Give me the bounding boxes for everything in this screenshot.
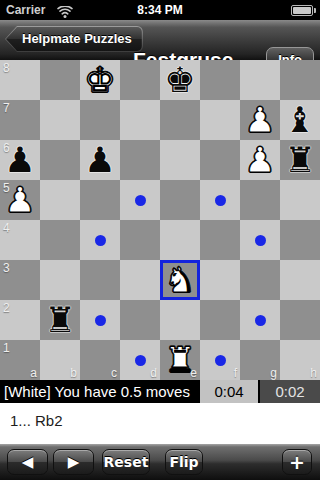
square-b7[interactable] — [40, 100, 80, 140]
app-screen: Carrier 8:34 PM Helpmate Puzzles Festgru… — [0, 0, 320, 480]
square-a1[interactable]: 1a — [0, 340, 40, 380]
square-a2[interactable]: 2 — [0, 300, 40, 340]
flip-button[interactable]: Flip — [165, 449, 203, 475]
black-rook: ♜ — [284, 140, 315, 180]
white-pawn: ♟ — [244, 100, 275, 140]
square-h8[interactable] — [280, 60, 320, 100]
square-h4[interactable] — [280, 220, 320, 260]
white-knight: ♞ — [164, 260, 195, 300]
square-f4[interactable] — [200, 220, 240, 260]
rank-label-3: 3 — [3, 261, 10, 275]
black-king: ♚ — [164, 60, 195, 100]
black-rook: ♜ — [44, 300, 75, 340]
rank-label-7: 7 — [3, 101, 10, 115]
legal-move-dot — [135, 355, 146, 366]
square-h3[interactable] — [280, 260, 320, 300]
square-g2[interactable] — [240, 300, 280, 340]
square-c2[interactable] — [80, 300, 120, 340]
file-label-c: c — [111, 366, 117, 380]
square-b3[interactable] — [40, 260, 80, 300]
square-f8[interactable] — [200, 60, 240, 100]
rank-label-4: 4 — [3, 221, 10, 235]
legal-move-dot — [215, 195, 226, 206]
rank-label-8: 8 — [3, 61, 10, 75]
file-label-f: f — [234, 366, 237, 380]
square-d2[interactable] — [120, 300, 160, 340]
back-button-label: Helpmate Puzzles — [6, 27, 142, 51]
square-d1[interactable]: d — [120, 340, 160, 380]
square-c7[interactable] — [80, 100, 120, 140]
square-f1[interactable]: f — [200, 340, 240, 380]
square-h7[interactable]: ♝ — [280, 100, 320, 140]
square-g8[interactable] — [240, 60, 280, 100]
square-e4[interactable] — [160, 220, 200, 260]
legal-move-dot — [95, 235, 106, 246]
square-g1[interactable]: g — [240, 340, 280, 380]
status-row: [White] You have 0.5 moves 0:04 0:02 — [0, 380, 320, 403]
square-c8[interactable]: ♚ — [80, 60, 120, 100]
battery-fill — [293, 7, 311, 14]
file-label-d: d — [150, 366, 157, 380]
square-d7[interactable] — [120, 100, 160, 140]
white-king: ♚ — [84, 60, 115, 100]
square-c6[interactable]: ♟ — [80, 140, 120, 180]
square-a5[interactable]: 5♟ — [0, 180, 40, 220]
square-h2[interactable] — [280, 300, 320, 340]
square-f6[interactable] — [200, 140, 240, 180]
black-clock: 0:02 — [260, 380, 320, 403]
square-c1[interactable]: c — [80, 340, 120, 380]
square-d6[interactable] — [120, 140, 160, 180]
battery-icon — [291, 5, 313, 16]
white-clock: 0:04 — [200, 380, 258, 403]
square-c3[interactable] — [80, 260, 120, 300]
black-bishop: ♝ — [284, 100, 315, 140]
clock-time: 8:34 PM — [0, 3, 320, 17]
black-pawn: ♟ — [84, 140, 115, 180]
square-a7[interactable]: 7 — [0, 100, 40, 140]
square-a4[interactable]: 4 — [0, 220, 40, 260]
file-label-a: a — [30, 366, 37, 380]
square-b8[interactable] — [40, 60, 80, 100]
navigation-bar: Helpmate Puzzles Festgruse... Info — [0, 20, 320, 60]
previous-move-button[interactable]: ◀ — [7, 449, 48, 475]
file-label-e: e — [190, 366, 197, 380]
bottom-toolbar: ◀ ▶ Reset Flip + — [0, 444, 320, 480]
square-f5[interactable] — [200, 180, 240, 220]
legal-move-dot — [255, 235, 266, 246]
reset-button[interactable]: Reset — [102, 449, 150, 475]
square-g3[interactable] — [240, 260, 280, 300]
square-a6[interactable]: 6♟ — [0, 140, 40, 180]
square-d5[interactable] — [120, 180, 160, 220]
square-g6[interactable]: ♟ — [240, 140, 280, 180]
square-b2[interactable]: ♜ — [40, 300, 80, 340]
square-e6[interactable] — [160, 140, 200, 180]
file-label-h: h — [310, 366, 317, 380]
rank-label-6: 6 — [3, 141, 10, 155]
move-list[interactable]: 1... Rb2 — [0, 403, 320, 444]
square-b1[interactable]: b — [40, 340, 80, 380]
rank-label-1: 1 — [3, 341, 10, 355]
square-c4[interactable] — [80, 220, 120, 260]
square-e5[interactable] — [160, 180, 200, 220]
square-f2[interactable] — [200, 300, 240, 340]
square-d8[interactable] — [120, 60, 160, 100]
square-e8[interactable]: ♚ — [160, 60, 200, 100]
square-e2[interactable] — [160, 300, 200, 340]
square-g7[interactable]: ♟ — [240, 100, 280, 140]
square-h6[interactable]: ♜ — [280, 140, 320, 180]
white-pawn: ♟ — [244, 140, 275, 180]
square-e3[interactable]: ♞ — [160, 260, 200, 300]
square-e7[interactable] — [160, 100, 200, 140]
file-label-g: g — [270, 366, 277, 380]
square-h5[interactable] — [280, 180, 320, 220]
square-g5[interactable] — [240, 180, 280, 220]
square-c5[interactable] — [80, 180, 120, 220]
rank-label-2: 2 — [3, 301, 10, 315]
square-a3[interactable]: 3 — [0, 260, 40, 300]
square-f3[interactable] — [200, 260, 240, 300]
square-d3[interactable] — [120, 260, 160, 300]
square-f7[interactable] — [200, 100, 240, 140]
next-move-button[interactable]: ▶ — [53, 449, 94, 475]
square-d4[interactable] — [120, 220, 160, 260]
file-label-b: b — [70, 366, 77, 380]
square-b6[interactable] — [40, 140, 80, 180]
square-a8[interactable]: 8 — [0, 60, 40, 100]
turn-status-message: [White] You have 0.5 moves — [0, 380, 198, 403]
move-notation: 1... Rb2 — [0, 403, 320, 429]
battery-nub — [314, 8, 316, 13]
square-h1[interactable]: h — [280, 340, 320, 380]
rank-label-5: 5 — [3, 181, 10, 195]
legal-move-dot — [215, 355, 226, 366]
legal-move-dot — [95, 315, 106, 326]
square-b5[interactable] — [40, 180, 80, 220]
chess-board: 8♚♚7♟♝6♟♟♟♜5♟43♞2♜1abcde♜fgh — [0, 60, 320, 380]
add-button[interactable]: + — [282, 449, 312, 475]
legal-move-dot — [135, 195, 146, 206]
square-b4[interactable] — [40, 220, 80, 260]
status-bar: Carrier 8:34 PM — [0, 0, 320, 20]
legal-move-dot — [255, 315, 266, 326]
square-g4[interactable] — [240, 220, 280, 260]
back-button[interactable]: Helpmate Puzzles — [5, 26, 143, 52]
square-e1[interactable]: e♜ — [160, 340, 200, 380]
